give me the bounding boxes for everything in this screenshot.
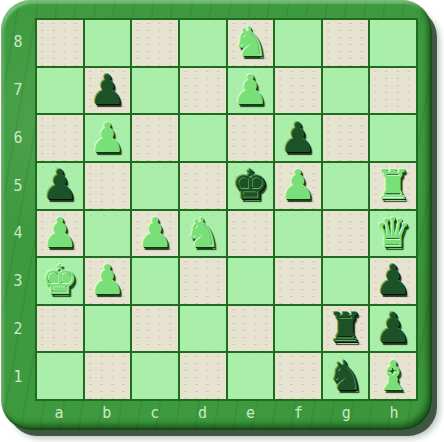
piece-black-p-h2[interactable]: ♟ (370, 306, 416, 352)
piece-white-k-a3[interactable]: ♚ (37, 258, 83, 304)
square-c6[interactable] (132, 115, 178, 161)
square-f4[interactable] (275, 211, 321, 257)
square-a6[interactable] (37, 115, 83, 161)
square-f1[interactable] (275, 353, 321, 399)
square-d7[interactable] (180, 68, 226, 114)
file-label-b: b (83, 399, 131, 427)
file-label-e: e (227, 399, 275, 427)
rank-label-3: 3 (1, 257, 35, 305)
piece-white-p-b6[interactable]: ♟ (85, 115, 131, 161)
square-d4[interactable]: ♞ (180, 211, 226, 257)
square-e4[interactable] (228, 211, 274, 257)
piece-black-p-f6[interactable]: ♟ (275, 115, 321, 161)
square-c3[interactable] (132, 258, 178, 304)
square-g8[interactable] (323, 20, 369, 66)
square-a3[interactable]: ♚ (37, 258, 83, 304)
piece-white-p-f5[interactable]: ♟ (275, 163, 321, 209)
piece-white-r-h5[interactable]: ♜ (370, 163, 416, 209)
board-frame: 87654321 ♞♟♟♟♟♟♚♟♜♟♟♞♛♚♟♟♜♟♞♝ abcdefgh (1, 0, 432, 430)
square-g6[interactable] (323, 115, 369, 161)
piece-white-p-e7[interactable]: ♟ (228, 68, 274, 114)
square-a8[interactable] (37, 20, 83, 66)
piece-white-n-e8[interactable]: ♞ (228, 20, 274, 66)
square-c4[interactable]: ♟ (132, 211, 178, 257)
file-label-a: a (35, 399, 83, 427)
piece-black-p-h3[interactable]: ♟ (370, 258, 416, 304)
square-b4[interactable] (85, 211, 131, 257)
square-c2[interactable] (132, 306, 178, 352)
square-h6[interactable] (370, 115, 416, 161)
square-b6[interactable]: ♟ (85, 115, 131, 161)
square-g7[interactable] (323, 68, 369, 114)
board: ♞♟♟♟♟♟♚♟♜♟♟♞♛♚♟♟♜♟♞♝ (35, 18, 418, 401)
square-d8[interactable] (180, 20, 226, 66)
square-c8[interactable] (132, 20, 178, 66)
square-f2[interactable] (275, 306, 321, 352)
rank-label-8: 8 (1, 18, 35, 66)
square-e7[interactable]: ♟ (228, 68, 274, 114)
square-b5[interactable] (85, 163, 131, 209)
square-g5[interactable] (323, 163, 369, 209)
file-label-h: h (370, 399, 418, 427)
piece-black-k-e5[interactable]: ♚ (228, 163, 274, 209)
piece-white-q-h4[interactable]: ♛ (370, 211, 416, 257)
square-e5[interactable]: ♚ (228, 163, 274, 209)
piece-black-n-g1[interactable]: ♞ (323, 353, 369, 399)
square-e1[interactable] (228, 353, 274, 399)
square-h5[interactable]: ♜ (370, 163, 416, 209)
piece-white-b-h1[interactable]: ♝ (370, 353, 416, 399)
square-e8[interactable]: ♞ (228, 20, 274, 66)
piece-black-p-a5[interactable]: ♟ (37, 163, 83, 209)
square-c5[interactable] (132, 163, 178, 209)
square-h1[interactable]: ♝ (370, 353, 416, 399)
square-f5[interactable]: ♟ (275, 163, 321, 209)
square-b2[interactable] (85, 306, 131, 352)
square-d5[interactable] (180, 163, 226, 209)
square-c7[interactable] (132, 68, 178, 114)
square-a2[interactable] (37, 306, 83, 352)
rank-label-6: 6 (1, 114, 35, 162)
rank-label-1: 1 (1, 353, 35, 401)
square-f8[interactable] (275, 20, 321, 66)
piece-white-p-c4[interactable]: ♟ (132, 211, 178, 257)
file-label-c: c (131, 399, 179, 427)
rank-label-4: 4 (1, 210, 35, 258)
square-h2[interactable]: ♟ (370, 306, 416, 352)
square-d2[interactable] (180, 306, 226, 352)
square-c1[interactable] (132, 353, 178, 399)
square-g2[interactable]: ♜ (323, 306, 369, 352)
square-g1[interactable]: ♞ (323, 353, 369, 399)
square-d1[interactable] (180, 353, 226, 399)
rank-label-5: 5 (1, 162, 35, 210)
square-a1[interactable] (37, 353, 83, 399)
file-label-g: g (322, 399, 370, 427)
square-e3[interactable] (228, 258, 274, 304)
square-f6[interactable]: ♟ (275, 115, 321, 161)
square-b7[interactable]: ♟ (85, 68, 131, 114)
piece-black-r-g2[interactable]: ♜ (323, 306, 369, 352)
square-a4[interactable]: ♟ (37, 211, 83, 257)
square-h7[interactable] (370, 68, 416, 114)
file-label-f: f (274, 399, 322, 427)
square-d3[interactable] (180, 258, 226, 304)
square-e6[interactable] (228, 115, 274, 161)
piece-black-p-b7[interactable]: ♟ (85, 68, 131, 114)
square-b8[interactable] (85, 20, 131, 66)
square-e2[interactable] (228, 306, 274, 352)
square-h8[interactable] (370, 20, 416, 66)
square-h4[interactable]: ♛ (370, 211, 416, 257)
square-h3[interactable]: ♟ (370, 258, 416, 304)
piece-white-p-b3[interactable]: ♟ (85, 258, 131, 304)
rank-label-7: 7 (1, 66, 35, 114)
square-f7[interactable] (275, 68, 321, 114)
square-d6[interactable] (180, 115, 226, 161)
square-a7[interactable] (37, 68, 83, 114)
file-label-d: d (179, 399, 227, 427)
piece-white-n-d4[interactable]: ♞ (180, 211, 226, 257)
piece-white-p-a4[interactable]: ♟ (37, 211, 83, 257)
rank-label-2: 2 (1, 305, 35, 353)
square-g3[interactable] (323, 258, 369, 304)
square-b3[interactable]: ♟ (85, 258, 131, 304)
square-b1[interactable] (85, 353, 131, 399)
rank-labels: 87654321 (1, 18, 35, 401)
file-labels: abcdefgh (35, 399, 418, 427)
chess-app: 87654321 ♞♟♟♟♟♟♚♟♜♟♟♞♛♚♟♟♜♟♞♝ abcdefgh (0, 0, 444, 442)
square-a5[interactable]: ♟ (37, 163, 83, 209)
square-g4[interactable] (323, 211, 369, 257)
square-f3[interactable] (275, 258, 321, 304)
